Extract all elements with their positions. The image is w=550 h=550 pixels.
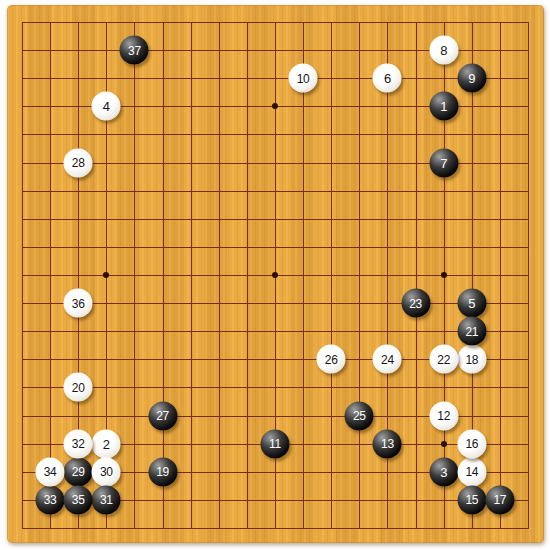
stone-black-1: 1 — [429, 92, 458, 121]
stone-white-8: 8 — [429, 36, 458, 65]
star-point — [441, 441, 447, 447]
stone-move-number: 1 — [440, 100, 447, 113]
stone-black-9: 9 — [457, 64, 486, 93]
stone-black-31: 31 — [92, 485, 121, 514]
stone-white-22: 22 — [429, 345, 458, 374]
stone-move-number: 20 — [72, 381, 85, 393]
stone-black-11: 11 — [260, 429, 289, 458]
stone-black-37: 37 — [120, 36, 149, 65]
board-frame: 1234567891011121314151617181920212223242… — [0, 0, 550, 550]
stone-move-number: 36 — [72, 297, 85, 309]
stone-move-number: 16 — [465, 438, 478, 450]
stone-move-number: 26 — [325, 353, 338, 365]
stone-black-23: 23 — [401, 289, 430, 318]
stone-move-number: 18 — [465, 353, 478, 365]
stone-move-number: 22 — [437, 353, 450, 365]
stone-white-12: 12 — [429, 401, 458, 430]
stone-white-24: 24 — [373, 345, 402, 374]
stone-move-number: 6 — [384, 72, 391, 85]
stone-move-number: 34 — [44, 466, 57, 478]
stone-move-number: 23 — [409, 297, 422, 309]
stone-black-27: 27 — [148, 401, 177, 430]
stone-move-number: 35 — [72, 494, 85, 506]
star-point — [103, 272, 109, 278]
stone-white-2: 2 — [92, 429, 121, 458]
stone-black-3: 3 — [429, 457, 458, 486]
go-board[interactable]: 1234567891011121314151617181920212223242… — [7, 5, 544, 543]
star-point — [272, 272, 278, 278]
stone-move-number: 19 — [156, 466, 169, 478]
stone-white-10: 10 — [289, 64, 318, 93]
stone-black-33: 33 — [36, 485, 65, 514]
stone-black-13: 13 — [373, 429, 402, 458]
stone-white-34: 34 — [36, 457, 65, 486]
stone-move-number: 21 — [465, 325, 478, 337]
stone-move-number: 15 — [465, 494, 478, 506]
stone-move-number: 5 — [468, 297, 475, 310]
stone-white-14: 14 — [457, 457, 486, 486]
stone-move-number: 13 — [381, 438, 394, 450]
stone-white-28: 28 — [64, 148, 93, 177]
stone-move-number: 30 — [100, 466, 113, 478]
stone-white-6: 6 — [373, 64, 402, 93]
stone-move-number: 32 — [72, 438, 85, 450]
star-point — [272, 103, 278, 109]
stone-black-7: 7 — [429, 148, 458, 177]
stone-white-26: 26 — [317, 345, 346, 374]
stone-move-number: 28 — [72, 157, 85, 169]
stone-white-4: 4 — [92, 92, 121, 121]
stone-black-15: 15 — [457, 485, 486, 514]
stone-move-number: 11 — [269, 438, 281, 450]
stone-move-number: 25 — [353, 410, 366, 422]
stone-move-number: 17 — [493, 494, 506, 506]
stone-move-number: 9 — [468, 72, 475, 85]
stone-white-30: 30 — [92, 457, 121, 486]
stone-black-17: 17 — [485, 485, 514, 514]
stone-move-number: 37 — [128, 44, 141, 56]
stone-white-20: 20 — [64, 373, 93, 402]
stone-move-number: 7 — [440, 156, 447, 169]
stone-move-number: 27 — [156, 410, 169, 422]
stone-move-number: 31 — [100, 494, 113, 506]
stone-move-number: 24 — [381, 353, 394, 365]
stone-black-35: 35 — [64, 485, 93, 514]
stone-move-number: 3 — [440, 465, 447, 478]
stone-move-number: 33 — [44, 494, 57, 506]
stone-move-number: 8 — [440, 44, 447, 57]
stone-move-number: 4 — [103, 100, 110, 113]
stone-black-29: 29 — [64, 457, 93, 486]
stone-black-25: 25 — [345, 401, 374, 430]
stone-white-36: 36 — [64, 289, 93, 318]
stone-black-19: 19 — [148, 457, 177, 486]
stone-white-18: 18 — [457, 345, 486, 374]
star-point — [441, 272, 447, 278]
stone-move-number: 10 — [297, 72, 310, 84]
stone-move-number: 14 — [465, 466, 478, 478]
stone-move-number: 12 — [437, 410, 450, 422]
stone-black-5: 5 — [457, 289, 486, 318]
stone-move-number: 2 — [103, 437, 110, 450]
stone-black-21: 21 — [457, 317, 486, 346]
stone-white-16: 16 — [457, 429, 486, 458]
stone-white-32: 32 — [64, 429, 93, 458]
stone-move-number: 29 — [72, 466, 85, 478]
